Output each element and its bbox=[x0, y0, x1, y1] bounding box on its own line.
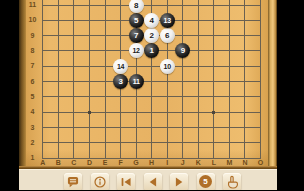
column-label-H: H bbox=[145, 159, 159, 166]
stone-number: 8 bbox=[134, 1, 138, 10]
info-icon bbox=[93, 175, 107, 189]
grid-line-vertical bbox=[244, 0, 245, 159]
stone-5-black: 5 bbox=[129, 13, 144, 28]
triangle-right-icon bbox=[172, 175, 186, 189]
column-label-L: L bbox=[207, 159, 221, 166]
grid-line-vertical bbox=[42, 0, 43, 159]
background-left-strip bbox=[0, 0, 19, 190]
forward-five-label: 5 bbox=[203, 177, 207, 186]
first-move-button[interactable] bbox=[117, 173, 135, 191]
stone-4-white: 4 bbox=[144, 13, 159, 28]
row-label-3: 3 bbox=[25, 124, 40, 132]
grid-line-vertical bbox=[213, 0, 214, 159]
column-label-B: B bbox=[51, 159, 65, 166]
info-button[interactable] bbox=[91, 173, 109, 191]
column-label-D: D bbox=[82, 159, 96, 166]
stone-number: 14 bbox=[117, 63, 124, 70]
stone-13-black: 13 bbox=[160, 13, 175, 28]
column-label-E: E bbox=[98, 159, 112, 166]
column-label-J: J bbox=[176, 159, 190, 166]
previous-move-button[interactable] bbox=[144, 173, 162, 191]
stone-10-white: 10 bbox=[160, 59, 175, 74]
grid-line-vertical bbox=[198, 0, 199, 159]
toolbar: 5 bbox=[19, 169, 277, 191]
stone-number: 1 bbox=[150, 46, 154, 55]
stone-number: 9 bbox=[181, 46, 185, 55]
row-label-6: 6 bbox=[25, 78, 40, 86]
circle-5-icon: 5 bbox=[199, 175, 212, 188]
grid-line-horizontal bbox=[42, 112, 261, 113]
grid-line-vertical bbox=[73, 0, 74, 159]
stone-number: 6 bbox=[165, 31, 169, 40]
column-label-O: O bbox=[254, 159, 268, 166]
row-label-11: 11 bbox=[25, 1, 40, 9]
stone-11-black: 11 bbox=[129, 74, 144, 89]
grid-line-horizontal bbox=[42, 96, 261, 97]
skip-to-start-icon bbox=[119, 175, 133, 189]
play-mode-button[interactable] bbox=[223, 173, 241, 191]
board-right-edge bbox=[268, 0, 277, 166]
grid-line-vertical bbox=[182, 0, 183, 159]
star-point-L4 bbox=[212, 111, 215, 114]
grid-line-vertical bbox=[105, 0, 106, 159]
row-label-1: 1 bbox=[25, 154, 40, 162]
grid-line-vertical bbox=[58, 0, 59, 159]
column-label-M: M bbox=[222, 159, 236, 166]
grid-line-vertical bbox=[89, 0, 90, 159]
row-label-10: 10 bbox=[25, 16, 40, 24]
row-label-7: 7 bbox=[25, 62, 40, 70]
stone-8-white: 8 bbox=[129, 0, 144, 13]
row-label-4: 4 bbox=[25, 108, 40, 116]
stone-number: 2 bbox=[150, 31, 154, 40]
grid-line-horizontal bbox=[42, 81, 261, 82]
grid-line-horizontal bbox=[42, 66, 261, 67]
row-label-5: 5 bbox=[25, 93, 40, 101]
stone-number: 4 bbox=[150, 16, 154, 25]
row-label-2: 2 bbox=[25, 139, 40, 147]
column-label-C: C bbox=[67, 159, 81, 166]
speech-bubble-icon bbox=[66, 175, 80, 189]
stone-7-black: 7 bbox=[129, 28, 144, 43]
stone-number: 13 bbox=[164, 17, 171, 24]
stone-number: 12 bbox=[133, 47, 140, 54]
column-label-K: K bbox=[191, 159, 205, 166]
stone-number: 10 bbox=[164, 63, 171, 70]
column-label-I: I bbox=[160, 159, 174, 166]
next-move-button[interactable] bbox=[170, 173, 188, 191]
star-point-D4 bbox=[88, 111, 91, 114]
row-label-8: 8 bbox=[25, 47, 40, 55]
hand-pointer-icon bbox=[225, 175, 239, 189]
comment-button[interactable] bbox=[64, 173, 82, 191]
forward-five-button[interactable]: 5 bbox=[197, 173, 215, 191]
stone-6-white: 6 bbox=[160, 28, 175, 43]
triangle-left-icon bbox=[146, 175, 160, 189]
grid-line-vertical bbox=[260, 0, 261, 159]
stone-number: 7 bbox=[134, 31, 138, 40]
column-label-N: N bbox=[238, 159, 252, 166]
grid-line-horizontal bbox=[42, 142, 261, 143]
app-screenshot: ABCDEFGHIJKLMNO1110987654321 12345678910… bbox=[0, 0, 304, 190]
stone-number: 5 bbox=[134, 16, 138, 25]
column-label-F: F bbox=[114, 159, 128, 166]
row-label-9: 9 bbox=[25, 32, 40, 40]
column-label-G: G bbox=[129, 159, 143, 166]
stone-14-white: 14 bbox=[113, 59, 128, 74]
grid-line-vertical bbox=[229, 0, 230, 159]
grid-line-horizontal bbox=[42, 127, 261, 128]
stone-number: 3 bbox=[118, 77, 122, 86]
stone-number: 11 bbox=[133, 78, 140, 85]
background-right-strip bbox=[277, 0, 304, 190]
grid-line-horizontal bbox=[42, 5, 261, 6]
